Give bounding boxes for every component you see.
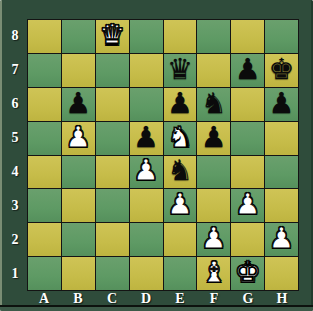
- square-a4[interactable]: [28, 156, 61, 189]
- square-h2[interactable]: ♟: [265, 223, 298, 256]
- square-d6[interactable]: [130, 88, 163, 121]
- piece-white-bishop[interactable]: ♝: [201, 258, 227, 287]
- square-a2[interactable]: [28, 223, 61, 256]
- square-b4[interactable]: [62, 156, 95, 189]
- square-c8[interactable]: ♛: [96, 20, 129, 53]
- square-g4[interactable]: [231, 156, 264, 189]
- square-g5[interactable]: [231, 122, 264, 155]
- rank-label-8: 8: [0, 19, 27, 53]
- square-h6[interactable]: ♟: [265, 88, 298, 121]
- square-g7[interactable]: ♟: [231, 54, 264, 87]
- square-b1[interactable]: [62, 257, 95, 290]
- square-c5[interactable]: [96, 122, 129, 155]
- square-b6[interactable]: ♟: [62, 88, 95, 121]
- rank-label-1: 1: [0, 257, 27, 291]
- square-e6[interactable]: ♟: [164, 88, 197, 121]
- square-e8[interactable]: [164, 20, 197, 53]
- piece-white-pawn[interactable]: ♟: [167, 190, 193, 219]
- square-b3[interactable]: [62, 189, 95, 222]
- piece-black-pawn[interactable]: ♟: [269, 89, 295, 118]
- square-h3[interactable]: [265, 189, 298, 222]
- square-g6[interactable]: [231, 88, 264, 121]
- square-a3[interactable]: [28, 189, 61, 222]
- square-c1[interactable]: [96, 257, 129, 290]
- piece-black-king[interactable]: ♚: [269, 55, 295, 84]
- piece-white-pawn[interactable]: ♟: [269, 224, 295, 253]
- square-d4[interactable]: ♟: [130, 156, 163, 189]
- piece-black-queen[interactable]: ♛: [167, 55, 193, 84]
- square-e3[interactable]: ♟: [164, 189, 197, 222]
- square-f8[interactable]: [197, 20, 230, 53]
- piece-black-pawn[interactable]: ♟: [133, 123, 159, 152]
- piece-black-pawn[interactable]: ♟: [201, 123, 227, 152]
- square-a8[interactable]: [28, 20, 61, 53]
- piece-white-king[interactable]: ♚: [235, 258, 261, 287]
- piece-black-pawn[interactable]: ♟: [235, 55, 261, 84]
- rank-label-5: 5: [0, 121, 27, 155]
- piece-white-pawn[interactable]: ♟: [65, 123, 91, 152]
- square-d7[interactable]: [130, 54, 163, 87]
- square-f3[interactable]: [197, 189, 230, 222]
- square-d8[interactable]: [130, 20, 163, 53]
- piece-black-knight[interactable]: ♞: [167, 156, 193, 185]
- rank-label-7: 7: [0, 53, 27, 87]
- square-e5[interactable]: ♞: [164, 122, 197, 155]
- square-f6[interactable]: ♞: [197, 88, 230, 121]
- rank-label-6: 6: [0, 87, 27, 121]
- square-g8[interactable]: [231, 20, 264, 53]
- piece-black-knight[interactable]: ♞: [201, 89, 227, 118]
- square-c4[interactable]: [96, 156, 129, 189]
- piece-black-pawn[interactable]: ♟: [65, 89, 91, 118]
- square-h4[interactable]: [265, 156, 298, 189]
- rank-label-4: 4: [0, 155, 27, 189]
- square-d2[interactable]: [130, 223, 163, 256]
- square-b5[interactable]: ♟: [62, 122, 95, 155]
- piece-white-knight[interactable]: ♞: [167, 123, 193, 152]
- rank-label-3: 3: [0, 189, 27, 223]
- square-h8[interactable]: [265, 20, 298, 53]
- frame-bottom-edge: [0, 307, 313, 311]
- square-e7[interactable]: ♛: [164, 54, 197, 87]
- chess-diagram: 87654321 ♛♛♟♚♟♟♞♟♟♟♞♟♟♞♟♟♟♟♝♚ ABCDEFGH: [0, 0, 313, 311]
- square-h5[interactable]: [265, 122, 298, 155]
- square-h1[interactable]: [265, 257, 298, 290]
- rank-labels: 87654321: [0, 19, 27, 291]
- chess-board: ♛♛♟♚♟♟♞♟♟♟♞♟♟♞♟♟♟♟♝♚: [27, 19, 299, 291]
- square-g3[interactable]: ♟: [231, 189, 264, 222]
- square-e2[interactable]: [164, 223, 197, 256]
- piece-black-pawn[interactable]: ♟: [167, 89, 193, 118]
- square-e1[interactable]: [164, 257, 197, 290]
- square-d1[interactable]: [130, 257, 163, 290]
- square-f4[interactable]: [197, 156, 230, 189]
- square-d5[interactable]: ♟: [130, 122, 163, 155]
- square-g2[interactable]: [231, 223, 264, 256]
- frame-right-edge: [311, 0, 313, 311]
- square-c3[interactable]: [96, 189, 129, 222]
- square-g1[interactable]: ♚: [231, 257, 264, 290]
- square-f2[interactable]: ♟: [197, 223, 230, 256]
- square-a7[interactable]: [28, 54, 61, 87]
- square-h7[interactable]: ♚: [265, 54, 298, 87]
- square-e4[interactable]: ♞: [164, 156, 197, 189]
- square-a1[interactable]: [28, 257, 61, 290]
- square-b7[interactable]: [62, 54, 95, 87]
- rank-label-2: 2: [0, 223, 27, 257]
- piece-white-queen[interactable]: ♛: [99, 21, 125, 50]
- square-c7[interactable]: [96, 54, 129, 87]
- square-c6[interactable]: [96, 88, 129, 121]
- piece-white-pawn[interactable]: ♟: [201, 224, 227, 253]
- piece-white-pawn[interactable]: ♟: [133, 156, 159, 185]
- square-b8[interactable]: [62, 20, 95, 53]
- square-a6[interactable]: [28, 88, 61, 121]
- square-f5[interactable]: ♟: [197, 122, 230, 155]
- square-f1[interactable]: ♝: [197, 257, 230, 290]
- square-d3[interactable]: [130, 189, 163, 222]
- square-a5[interactable]: [28, 122, 61, 155]
- square-b2[interactable]: [62, 223, 95, 256]
- piece-white-pawn[interactable]: ♟: [235, 190, 261, 219]
- square-c2[interactable]: [96, 223, 129, 256]
- square-f7[interactable]: [197, 54, 230, 87]
